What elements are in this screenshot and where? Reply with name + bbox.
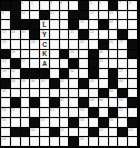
white-cell[interactable]: A — [40, 59, 49, 68]
white-cell[interactable]: 17 — [1, 30, 10, 39]
black-cell — [79, 1, 88, 10]
white-cell[interactable]: 46 — [109, 89, 118, 98]
white-cell[interactable]: 14L — [40, 20, 49, 29]
clue-number: 57 — [41, 118, 45, 121]
white-cell[interactable]: 19 — [21, 30, 30, 39]
clue-number: 30 — [99, 50, 103, 53]
white-cell[interactable] — [11, 40, 20, 49]
white-cell[interactable] — [128, 69, 137, 78]
white-cell[interactable]: 58 — [79, 118, 88, 127]
white-cell[interactable] — [50, 59, 59, 68]
black-cell — [11, 20, 20, 29]
white-cell[interactable] — [99, 30, 108, 39]
white-cell[interactable]: 21 — [69, 30, 78, 39]
black-cell — [128, 50, 137, 59]
white-cell[interactable] — [89, 20, 98, 29]
white-cell[interactable]: 23 — [1, 40, 10, 49]
clue-number: 5 — [90, 1, 92, 4]
black-cell — [30, 69, 39, 78]
black-cell — [11, 128, 20, 137]
black-cell — [109, 1, 118, 10]
white-cell[interactable]: 62 — [99, 128, 108, 137]
white-cell[interactable]: 43 — [89, 79, 98, 88]
clue-number: 12 — [90, 11, 94, 14]
white-cell[interactable]: 38 — [11, 79, 20, 88]
white-cell[interactable]: 7 — [118, 1, 127, 10]
white-cell[interactable] — [89, 137, 98, 146]
white-cell[interactable]: 4 — [60, 1, 69, 10]
white-cell[interactable] — [30, 11, 39, 20]
clue-number: 31 — [2, 59, 6, 62]
white-cell[interactable] — [1, 128, 10, 137]
white-cell[interactable] — [60, 20, 69, 29]
white-cell[interactable]: 48 — [89, 98, 98, 107]
white-cell[interactable] — [50, 69, 59, 78]
white-cell[interactable] — [128, 59, 137, 68]
clue-number: 35 — [11, 69, 15, 72]
white-cell[interactable] — [109, 30, 118, 39]
white-cell[interactable]: 8 — [128, 1, 137, 10]
clue-number: 63 — [129, 128, 133, 131]
white-cell[interactable] — [109, 128, 118, 137]
black-cell — [79, 79, 88, 88]
white-cell[interactable]: 32 — [21, 59, 30, 68]
black-cell — [79, 30, 88, 39]
white-cell[interactable]: 1 — [21, 1, 30, 10]
white-cell[interactable] — [69, 79, 78, 88]
black-cell — [69, 59, 78, 68]
clue-number: 18 — [11, 30, 15, 33]
white-cell[interactable] — [50, 50, 59, 59]
black-cell — [118, 30, 127, 39]
white-cell[interactable]: 30 — [99, 50, 108, 59]
white-cell[interactable] — [50, 20, 59, 29]
clue-number: 56 — [2, 118, 6, 121]
black-cell — [1, 79, 10, 88]
black-cell — [128, 40, 137, 49]
white-cell[interactable] — [60, 59, 69, 68]
clue-number: 1 — [21, 1, 23, 4]
white-cell[interactable]: 13 — [109, 11, 118, 20]
white-cell[interactable] — [40, 98, 49, 107]
white-cell[interactable] — [69, 98, 78, 107]
clue-number: 2 — [31, 1, 33, 4]
clue-number: 34 — [2, 69, 6, 72]
white-cell[interactable]: 39 — [21, 79, 30, 88]
black-cell — [30, 98, 39, 107]
crossword-grid: 1234567891011121314L151617181920Y2122232… — [0, 0, 140, 148]
white-cell[interactable] — [60, 11, 69, 20]
white-cell[interactable] — [118, 118, 127, 127]
clue-number: 52 — [11, 108, 15, 111]
white-cell[interactable] — [60, 118, 69, 127]
clue-number: 59 — [109, 118, 113, 121]
white-cell[interactable]: 53 — [50, 108, 59, 117]
black-cell — [99, 40, 108, 49]
white-cell[interactable]: 47 — [60, 98, 69, 107]
white-cell[interactable] — [50, 30, 59, 39]
white-cell[interactable] — [40, 1, 49, 10]
black-cell — [21, 20, 30, 29]
clue-number: 19 — [21, 30, 25, 33]
white-cell[interactable]: 65 — [79, 137, 88, 146]
clue-number: 15 — [80, 20, 84, 23]
white-cell[interactable] — [128, 11, 137, 20]
white-cell[interactable] — [128, 137, 137, 146]
white-cell[interactable] — [89, 89, 98, 98]
black-cell — [89, 59, 98, 68]
white-cell[interactable]: 54 — [79, 108, 88, 117]
clue-number: 25 — [80, 40, 84, 43]
white-cell[interactable] — [40, 137, 49, 146]
clue-number: 44 — [119, 79, 123, 82]
white-cell[interactable]: 41 — [40, 79, 49, 88]
white-cell[interactable] — [69, 1, 78, 10]
white-cell[interactable] — [60, 137, 69, 146]
entered-letter: A — [40, 59, 49, 68]
clue-number: 58 — [80, 118, 84, 121]
white-cell[interactable] — [79, 69, 88, 78]
white-cell[interactable]: K — [40, 50, 49, 59]
clue-number: 4 — [60, 1, 62, 4]
white-cell[interactable] — [109, 98, 118, 107]
clue-number: 8 — [129, 1, 131, 4]
clue-number: 9 — [2, 11, 4, 14]
white-cell[interactable] — [50, 40, 59, 49]
white-cell[interactable] — [99, 79, 108, 88]
entered-letter: Y — [40, 30, 49, 39]
clue-number: 61 — [60, 128, 64, 131]
white-cell[interactable]: 57 — [40, 118, 49, 127]
white-cell[interactable] — [30, 59, 39, 68]
black-cell — [69, 137, 78, 146]
white-cell[interactable]: 36 — [69, 69, 78, 78]
white-cell[interactable] — [60, 89, 69, 98]
white-cell[interactable]: C — [40, 40, 49, 49]
white-cell[interactable]: 10 — [21, 11, 30, 20]
white-cell[interactable]: 24 — [30, 40, 39, 49]
white-cell[interactable]: 64 — [1, 137, 10, 146]
clue-number: 62 — [99, 128, 103, 131]
white-cell[interactable] — [60, 40, 69, 49]
clue-number: 40 — [31, 79, 35, 82]
black-cell — [1, 1, 10, 10]
clue-number: 45 — [2, 89, 6, 92]
black-cell — [69, 20, 78, 29]
clue-number: 64 — [2, 137, 6, 140]
black-cell — [118, 89, 127, 98]
white-cell[interactable] — [109, 137, 118, 146]
clue-number: 55 — [119, 108, 123, 111]
white-cell[interactable] — [21, 40, 30, 49]
white-cell[interactable] — [99, 108, 108, 117]
white-cell[interactable] — [128, 79, 137, 88]
clue-number: 6 — [99, 1, 101, 4]
clue-number: 32 — [21, 59, 25, 62]
black-cell — [89, 108, 98, 117]
white-cell[interactable]: 45 — [1, 89, 10, 98]
white-cell[interactable]: 20Y — [40, 30, 49, 39]
white-cell[interactable]: 27 — [118, 40, 127, 49]
white-cell[interactable] — [21, 98, 30, 107]
white-cell[interactable] — [128, 89, 137, 98]
white-cell[interactable] — [40, 128, 49, 137]
black-cell — [1, 50, 10, 59]
black-cell — [89, 69, 98, 78]
white-cell[interactable] — [30, 50, 39, 59]
white-cell[interactable] — [30, 108, 39, 117]
white-cell[interactable]: 12 — [89, 11, 98, 20]
clue-number: 43 — [90, 79, 94, 82]
white-cell[interactable]: 59 — [109, 118, 118, 127]
white-cell[interactable] — [99, 69, 108, 78]
black-cell — [30, 118, 39, 127]
black-cell — [109, 79, 118, 88]
white-cell[interactable]: 56 — [1, 118, 10, 127]
white-cell[interactable] — [118, 50, 127, 59]
white-cell[interactable] — [11, 89, 20, 98]
black-cell — [21, 128, 30, 137]
clue-number: 10 — [21, 11, 25, 14]
white-cell[interactable] — [21, 118, 30, 127]
clue-number: 13 — [109, 11, 113, 14]
white-cell[interactable] — [21, 89, 30, 98]
black-cell — [99, 20, 108, 29]
clue-number: 48 — [90, 98, 94, 101]
white-cell[interactable]: 15 — [79, 20, 88, 29]
white-cell[interactable] — [79, 50, 88, 59]
white-cell[interactable] — [11, 118, 20, 127]
black-cell — [11, 59, 20, 68]
clue-number: 38 — [11, 79, 15, 82]
white-cell[interactable] — [109, 59, 118, 68]
white-cell[interactable] — [99, 11, 108, 20]
white-cell[interactable] — [50, 118, 59, 127]
clue-number: 54 — [80, 108, 84, 111]
clue-number: 3 — [50, 1, 52, 4]
white-cell[interactable]: 3 — [50, 1, 59, 10]
entered-letter: K — [40, 50, 49, 59]
white-cell[interactable] — [60, 30, 69, 39]
black-cell — [30, 30, 39, 39]
black-cell — [30, 20, 39, 29]
white-cell[interactable]: 25 — [79, 40, 88, 49]
white-cell[interactable] — [50, 89, 59, 98]
white-cell[interactable] — [99, 137, 108, 146]
clue-number: 41 — [41, 79, 45, 82]
white-cell[interactable]: 61 — [60, 128, 69, 137]
white-cell[interactable] — [79, 128, 88, 137]
white-cell[interactable] — [60, 108, 69, 117]
clue-number: 21 — [70, 30, 74, 33]
white-cell[interactable]: 40 — [30, 79, 39, 88]
white-cell[interactable]: 50 — [118, 98, 127, 107]
clue-number: 33 — [99, 59, 103, 62]
white-cell[interactable] — [40, 108, 49, 117]
white-cell[interactable]: 33 — [99, 59, 108, 68]
white-cell[interactable] — [1, 20, 10, 29]
clue-number: 37 — [119, 69, 123, 72]
white-cell[interactable] — [128, 108, 137, 117]
clue-number: 26 — [109, 40, 113, 43]
white-cell[interactable]: 5 — [89, 1, 98, 10]
clue-number: 50 — [119, 98, 123, 101]
white-cell[interactable] — [21, 137, 30, 146]
black-cell — [99, 118, 108, 127]
white-cell[interactable] — [89, 40, 98, 49]
black-cell — [109, 69, 118, 78]
clue-number: 36 — [70, 69, 74, 72]
black-cell — [50, 98, 59, 107]
black-cell — [109, 108, 118, 117]
black-cell — [11, 98, 20, 107]
white-cell[interactable]: 28 — [11, 50, 20, 59]
black-cell — [79, 11, 88, 20]
white-cell[interactable] — [109, 50, 118, 59]
white-cell[interactable]: 34 — [1, 69, 10, 78]
black-cell — [11, 11, 20, 20]
white-cell[interactable] — [89, 118, 98, 127]
clue-number: 24 — [31, 40, 35, 43]
black-cell — [79, 98, 88, 107]
white-cell[interactable]: 26 — [109, 40, 118, 49]
white-cell[interactable]: 31 — [1, 59, 10, 68]
white-cell[interactable]: 18 — [11, 30, 20, 39]
white-cell[interactable]: 29 — [69, 50, 78, 59]
white-cell[interactable] — [30, 89, 39, 98]
white-cell[interactable]: 11 — [50, 11, 59, 20]
black-cell — [69, 118, 78, 127]
white-cell[interactable] — [128, 20, 137, 29]
white-cell[interactable]: 49 — [99, 98, 108, 107]
black-cell — [118, 128, 127, 137]
clue-number: 11 — [50, 11, 54, 14]
white-cell[interactable] — [50, 137, 59, 146]
white-cell[interactable]: 51 — [1, 108, 10, 117]
white-cell[interactable] — [118, 137, 127, 146]
entered-letter: L — [40, 20, 49, 29]
white-cell[interactable] — [69, 89, 78, 98]
clue-number: 53 — [50, 108, 54, 111]
white-cell[interactable] — [40, 89, 49, 98]
black-cell — [99, 89, 108, 98]
white-cell[interactable]: 6 — [99, 1, 108, 10]
white-cell[interactable]: 2 — [30, 1, 39, 10]
white-cell[interactable]: 44 — [118, 79, 127, 88]
clue-number: 42 — [60, 79, 64, 82]
clue-number: 49 — [99, 98, 103, 101]
white-cell[interactable] — [118, 20, 127, 29]
white-cell[interactable] — [30, 137, 39, 146]
white-cell[interactable]: 35 — [11, 69, 20, 78]
black-cell — [89, 50, 98, 59]
white-cell[interactable]: 52 — [11, 108, 20, 117]
black-cell — [40, 69, 49, 78]
black-cell — [60, 69, 69, 78]
white-cell[interactable]: 55 — [118, 108, 127, 117]
white-cell[interactable] — [79, 59, 88, 68]
clue-number: 28 — [11, 50, 15, 53]
entered-letter: C — [40, 40, 49, 49]
white-cell[interactable] — [118, 59, 127, 68]
clue-number: 29 — [70, 50, 74, 53]
clue-number: 65 — [80, 137, 84, 140]
white-cell[interactable] — [69, 108, 78, 117]
white-cell[interactable] — [128, 30, 137, 39]
clue-number: 46 — [109, 89, 113, 92]
black-cell — [89, 128, 98, 137]
white-cell[interactable] — [69, 128, 78, 137]
white-cell[interactable] — [69, 40, 78, 49]
white-cell[interactable]: 42 — [60, 79, 69, 88]
white-cell[interactable]: 37 — [118, 69, 127, 78]
white-cell[interactable]: 16 — [109, 20, 118, 29]
white-cell[interactable] — [11, 137, 20, 146]
black-cell — [50, 79, 59, 88]
clue-number: 23 — [2, 40, 6, 43]
black-cell — [69, 11, 78, 20]
clue-number: 39 — [21, 79, 25, 82]
clue-number: 22 — [90, 30, 94, 33]
clue-number: 47 — [60, 98, 64, 101]
white-cell[interactable] — [118, 11, 127, 20]
clue-number: 16 — [109, 20, 113, 23]
black-cell — [11, 1, 20, 10]
black-cell — [50, 128, 59, 137]
clue-number: 17 — [2, 30, 6, 33]
black-cell — [60, 50, 69, 59]
white-cell[interactable]: 9 — [1, 11, 10, 20]
black-cell — [128, 118, 137, 127]
clue-number: 51 — [2, 108, 6, 111]
clue-number: 60 — [31, 128, 35, 131]
white-cell[interactable] — [79, 89, 88, 98]
clue-number: 27 — [119, 40, 123, 43]
clue-number: 7 — [119, 1, 121, 4]
white-cell[interactable]: 60 — [30, 128, 39, 137]
white-cell[interactable] — [21, 108, 30, 117]
white-cell[interactable]: 63 — [128, 128, 137, 137]
white-cell[interactable] — [1, 98, 10, 107]
white-cell[interactable] — [21, 50, 30, 59]
black-cell — [128, 98, 137, 107]
black-cell — [40, 11, 49, 20]
black-cell — [21, 69, 30, 78]
white-cell[interactable]: 22 — [89, 30, 98, 39]
